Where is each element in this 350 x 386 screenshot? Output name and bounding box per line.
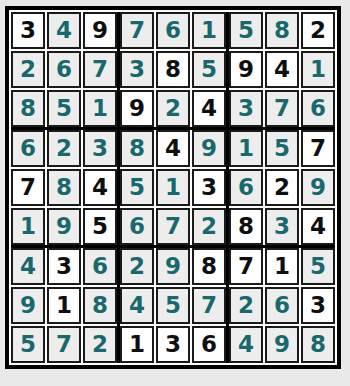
cell-r9c6[interactable]: 6 bbox=[192, 326, 226, 363]
cell-r3c8[interactable]: 7 bbox=[265, 90, 299, 127]
cell-r3c7[interactable]: 3 bbox=[229, 90, 263, 127]
cell-r9c2[interactable]: 7 bbox=[47, 326, 81, 363]
cell-r2c9[interactable]: 1 bbox=[301, 51, 335, 88]
cell-r3c2[interactable]: 5 bbox=[47, 90, 81, 127]
cell-r7c1[interactable]: 4 bbox=[11, 248, 45, 285]
cell-r5c8[interactable]: 2 bbox=[265, 169, 299, 206]
cell-r3c3[interactable]: 1 bbox=[83, 90, 117, 127]
cell-r8c8[interactable]: 6 bbox=[265, 287, 299, 324]
cell-r6c6[interactable]: 2 bbox=[192, 208, 226, 245]
cell-r8c1[interactable]: 9 bbox=[11, 287, 45, 324]
cell-r7c6[interactable]: 8 bbox=[192, 248, 226, 285]
cell-r8c5[interactable]: 5 bbox=[156, 287, 190, 324]
box-r2c1: 623784195 bbox=[11, 127, 117, 248]
cell-r7c5[interactable]: 9 bbox=[156, 248, 190, 285]
cell-r5c7[interactable]: 6 bbox=[229, 169, 263, 206]
cell-r5c4[interactable]: 5 bbox=[120, 169, 154, 206]
cell-r9c9[interactable]: 8 bbox=[301, 326, 335, 363]
cell-r9c1[interactable]: 5 bbox=[11, 326, 45, 363]
cell-r9c5[interactable]: 3 bbox=[156, 326, 190, 363]
sudoku-board: 3492678517613859245829413766237841958495… bbox=[5, 6, 341, 369]
cell-r2c1[interactable]: 2 bbox=[11, 51, 45, 88]
cell-r3c6[interactable]: 4 bbox=[192, 90, 226, 127]
cell-r9c7[interactable]: 4 bbox=[229, 326, 263, 363]
cell-r7c8[interactable]: 1 bbox=[265, 248, 299, 285]
page-frame: 3492678517613859245829413766237841958495… bbox=[0, 0, 350, 383]
cell-r4c1[interactable]: 6 bbox=[11, 130, 45, 167]
cell-r7c3[interactable]: 6 bbox=[83, 248, 117, 285]
cell-r2c8[interactable]: 4 bbox=[265, 51, 299, 88]
box-r1c1: 349267851 bbox=[11, 12, 117, 127]
box-r1c2: 761385924 bbox=[117, 12, 229, 127]
cell-r1c1[interactable]: 3 bbox=[11, 12, 45, 49]
cell-r6c9[interactable]: 4 bbox=[301, 208, 335, 245]
box-r3c3: 715263498 bbox=[229, 248, 335, 363]
cell-r8c6[interactable]: 7 bbox=[192, 287, 226, 324]
cell-r5c5[interactable]: 1 bbox=[156, 169, 190, 206]
cell-r6c4[interactable]: 6 bbox=[120, 208, 154, 245]
cell-r2c6[interactable]: 5 bbox=[192, 51, 226, 88]
cell-r2c3[interactable]: 7 bbox=[83, 51, 117, 88]
cell-r3c4[interactable]: 9 bbox=[120, 90, 154, 127]
cell-r3c5[interactable]: 2 bbox=[156, 90, 190, 127]
cell-r7c4[interactable]: 2 bbox=[120, 248, 154, 285]
cell-r4c4[interactable]: 8 bbox=[120, 130, 154, 167]
cell-r4c3[interactable]: 3 bbox=[83, 130, 117, 167]
box-r2c2: 849513672 bbox=[117, 127, 229, 248]
cell-r1c3[interactable]: 9 bbox=[83, 12, 117, 49]
cell-r1c7[interactable]: 5 bbox=[229, 12, 263, 49]
cell-r3c9[interactable]: 6 bbox=[301, 90, 335, 127]
cell-r8c3[interactable]: 8 bbox=[83, 287, 117, 324]
cell-r8c7[interactable]: 2 bbox=[229, 287, 263, 324]
cell-r8c2[interactable]: 1 bbox=[47, 287, 81, 324]
cell-r7c9[interactable]: 5 bbox=[301, 248, 335, 285]
cell-r5c1[interactable]: 7 bbox=[11, 169, 45, 206]
cell-r2c2[interactable]: 6 bbox=[47, 51, 81, 88]
cell-r1c2[interactable]: 4 bbox=[47, 12, 81, 49]
cell-r4c6[interactable]: 9 bbox=[192, 130, 226, 167]
cell-r5c6[interactable]: 3 bbox=[192, 169, 226, 206]
cell-r6c7[interactable]: 8 bbox=[229, 208, 263, 245]
cell-r4c5[interactable]: 4 bbox=[156, 130, 190, 167]
box-r1c3: 582941376 bbox=[229, 12, 335, 127]
cell-r1c9[interactable]: 2 bbox=[301, 12, 335, 49]
cell-r8c4[interactable]: 4 bbox=[120, 287, 154, 324]
cell-r6c3[interactable]: 5 bbox=[83, 208, 117, 245]
cell-r2c7[interactable]: 9 bbox=[229, 51, 263, 88]
cell-r9c3[interactable]: 2 bbox=[83, 326, 117, 363]
cell-r7c7[interactable]: 7 bbox=[229, 248, 263, 285]
cell-r4c7[interactable]: 1 bbox=[229, 130, 263, 167]
cell-r7c2[interactable]: 3 bbox=[47, 248, 81, 285]
cell-r9c4[interactable]: 1 bbox=[120, 326, 154, 363]
cell-r3c1[interactable]: 8 bbox=[11, 90, 45, 127]
cell-r5c3[interactable]: 4 bbox=[83, 169, 117, 206]
cell-r1c5[interactable]: 6 bbox=[156, 12, 190, 49]
cell-r8c9[interactable]: 3 bbox=[301, 287, 335, 324]
cell-r5c9[interactable]: 9 bbox=[301, 169, 335, 206]
cell-r5c2[interactable]: 8 bbox=[47, 169, 81, 206]
cell-r6c5[interactable]: 7 bbox=[156, 208, 190, 245]
cell-r4c9[interactable]: 7 bbox=[301, 130, 335, 167]
cell-r2c5[interactable]: 8 bbox=[156, 51, 190, 88]
cell-r6c8[interactable]: 3 bbox=[265, 208, 299, 245]
cell-r4c2[interactable]: 2 bbox=[47, 130, 81, 167]
cell-r1c8[interactable]: 8 bbox=[265, 12, 299, 49]
cell-r9c8[interactable]: 9 bbox=[265, 326, 299, 363]
cell-r6c2[interactable]: 9 bbox=[47, 208, 81, 245]
cell-r1c6[interactable]: 1 bbox=[192, 12, 226, 49]
cell-r4c8[interactable]: 5 bbox=[265, 130, 299, 167]
cell-r1c4[interactable]: 7 bbox=[120, 12, 154, 49]
box-r2c3: 157629834 bbox=[229, 127, 335, 248]
cell-r6c1[interactable]: 1 bbox=[11, 208, 45, 245]
box-r3c2: 298457136 bbox=[117, 248, 229, 363]
box-r3c1: 436918572 bbox=[11, 248, 117, 363]
cell-r2c4[interactable]: 3 bbox=[120, 51, 154, 88]
